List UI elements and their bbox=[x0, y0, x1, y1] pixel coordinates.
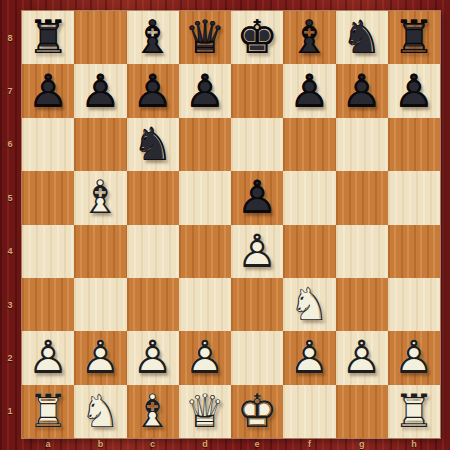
square-g3[interactable] bbox=[336, 278, 388, 331]
square-b7[interactable]: ♟♙ bbox=[74, 64, 126, 117]
rank-label-1: 1 bbox=[0, 385, 20, 438]
rank-label-6: 6 bbox=[0, 118, 20, 171]
square-b2[interactable]: ♟♙ bbox=[74, 331, 126, 384]
square-a1[interactable]: ♜♖ bbox=[22, 385, 74, 438]
square-h1[interactable]: ♜♖ bbox=[388, 385, 440, 438]
square-d7[interactable]: ♟♙ bbox=[179, 64, 231, 117]
white-pawn-h2: ♟♙ bbox=[388, 331, 440, 384]
square-c2[interactable]: ♟♙ bbox=[127, 331, 179, 384]
square-a2[interactable]: ♟♙ bbox=[22, 331, 74, 384]
square-g4[interactable] bbox=[336, 225, 388, 278]
square-f8[interactable]: ♝♗ bbox=[283, 11, 335, 64]
square-c1[interactable]: ♝♗ bbox=[127, 385, 179, 438]
black-bishop-f8: ♝♗ bbox=[283, 11, 335, 64]
square-d5[interactable] bbox=[179, 171, 231, 224]
square-f1[interactable] bbox=[283, 385, 335, 438]
file-label-b: b bbox=[74, 437, 126, 450]
rank-label-5: 5 bbox=[0, 171, 20, 224]
white-pawn-d2: ♟♙ bbox=[179, 331, 231, 384]
square-d6[interactable] bbox=[179, 118, 231, 171]
square-d8[interactable]: ♛♕ bbox=[179, 11, 231, 64]
square-h5[interactable] bbox=[388, 171, 440, 224]
black-pawn-c7: ♟♙ bbox=[127, 65, 179, 118]
file-label-h: h bbox=[388, 437, 440, 450]
square-b4[interactable] bbox=[74, 225, 126, 278]
square-e2[interactable] bbox=[231, 331, 283, 384]
square-e3[interactable] bbox=[231, 278, 283, 331]
square-e4[interactable]: ♟♙ bbox=[231, 225, 283, 278]
square-h2[interactable]: ♟♙ bbox=[388, 331, 440, 384]
square-c7[interactable]: ♟♙ bbox=[127, 64, 179, 117]
black-bishop-c8: ♝♗ bbox=[127, 11, 179, 64]
square-a6[interactable] bbox=[22, 118, 74, 171]
square-g5[interactable] bbox=[336, 171, 388, 224]
square-f5[interactable] bbox=[283, 171, 335, 224]
chess-app-window: { "game": "chess", "view": { "descriptio… bbox=[0, 0, 450, 450]
square-c8[interactable]: ♝♗ bbox=[127, 11, 179, 64]
file-label-d: d bbox=[179, 437, 231, 450]
square-e5[interactable]: ♟♙ bbox=[231, 171, 283, 224]
black-pawn-h7: ♟♙ bbox=[388, 65, 440, 118]
square-c6[interactable]: ♞♘ bbox=[127, 118, 179, 171]
square-b3[interactable] bbox=[74, 278, 126, 331]
file-label-f: f bbox=[283, 437, 335, 450]
file-label-g: g bbox=[336, 437, 388, 450]
square-d4[interactable] bbox=[179, 225, 231, 278]
white-pawn-f2: ♟♙ bbox=[283, 331, 335, 384]
white-knight-f3: ♞♘ bbox=[283, 278, 335, 331]
square-a8[interactable]: ♜♖ bbox=[22, 11, 74, 64]
black-queen-d8: ♛♕ bbox=[179, 11, 231, 64]
file-label-a: a bbox=[22, 437, 74, 450]
square-d1[interactable]: ♛♕ bbox=[179, 385, 231, 438]
black-pawn-d7: ♟♙ bbox=[179, 65, 231, 118]
square-h7[interactable]: ♟♙ bbox=[388, 64, 440, 117]
square-g2[interactable]: ♟♙ bbox=[336, 331, 388, 384]
square-g8[interactable]: ♞♘ bbox=[336, 11, 388, 64]
square-a5[interactable] bbox=[22, 171, 74, 224]
square-a7[interactable]: ♟♙ bbox=[22, 64, 74, 117]
square-h6[interactable] bbox=[388, 118, 440, 171]
square-b1[interactable]: ♞♘ bbox=[74, 385, 126, 438]
black-pawn-b7: ♟♙ bbox=[74, 65, 126, 118]
square-e6[interactable] bbox=[231, 118, 283, 171]
file-labels: abcdefgh bbox=[22, 437, 440, 450]
square-g6[interactable] bbox=[336, 118, 388, 171]
square-f3[interactable]: ♞♘ bbox=[283, 278, 335, 331]
white-bishop-c1: ♝♗ bbox=[127, 385, 179, 438]
square-g7[interactable]: ♟♙ bbox=[336, 64, 388, 117]
square-b8[interactable] bbox=[74, 11, 126, 64]
rank-label-7: 7 bbox=[0, 64, 20, 117]
square-c3[interactable] bbox=[127, 278, 179, 331]
chess-board: ♜♖♝♗♛♕♚♔♝♗♞♘♜♖♟♙♟♙♟♙♟♙♟♙♟♙♟♙♞♘♝♗♟♙♟♙♞♘♟♙… bbox=[22, 11, 440, 438]
square-f4[interactable] bbox=[283, 225, 335, 278]
square-f6[interactable] bbox=[283, 118, 335, 171]
square-e1[interactable]: ♚♔ bbox=[231, 385, 283, 438]
black-knight-c6: ♞♘ bbox=[127, 118, 179, 171]
white-queen-d1: ♛♕ bbox=[179, 385, 231, 438]
white-rook-h1: ♜♖ bbox=[388, 385, 440, 438]
black-pawn-g7: ♟♙ bbox=[336, 65, 388, 118]
black-pawn-f7: ♟♙ bbox=[283, 65, 335, 118]
rank-label-3: 3 bbox=[0, 278, 20, 331]
white-pawn-g2: ♟♙ bbox=[336, 331, 388, 384]
square-f7[interactable]: ♟♙ bbox=[283, 64, 335, 117]
white-pawn-e4: ♟♙ bbox=[231, 225, 283, 278]
square-e8[interactable]: ♚♔ bbox=[231, 11, 283, 64]
white-pawn-a2: ♟♙ bbox=[22, 331, 74, 384]
rank-label-4: 4 bbox=[0, 225, 20, 278]
black-king-e8: ♚♔ bbox=[231, 11, 283, 64]
file-label-e: e bbox=[231, 437, 283, 450]
square-a4[interactable] bbox=[22, 225, 74, 278]
white-rook-a1: ♜♖ bbox=[22, 385, 74, 438]
rank-label-2: 2 bbox=[0, 331, 20, 384]
white-pawn-b2: ♟♙ bbox=[74, 331, 126, 384]
white-bishop-b5: ♝♗ bbox=[74, 171, 126, 224]
square-d2[interactable]: ♟♙ bbox=[179, 331, 231, 384]
square-d3[interactable] bbox=[179, 278, 231, 331]
square-h8[interactable]: ♜♖ bbox=[388, 11, 440, 64]
black-pawn-a7: ♟♙ bbox=[22, 65, 74, 118]
white-pawn-c2: ♟♙ bbox=[127, 331, 179, 384]
square-c5[interactable] bbox=[127, 171, 179, 224]
black-rook-a8: ♜♖ bbox=[22, 11, 74, 64]
rank-labels: 87654321 bbox=[0, 11, 20, 438]
square-c4[interactable] bbox=[127, 225, 179, 278]
square-e7[interactable] bbox=[231, 64, 283, 117]
square-a3[interactable] bbox=[22, 278, 74, 331]
square-b6[interactable] bbox=[74, 118, 126, 171]
white-knight-b1: ♞♘ bbox=[74, 385, 126, 438]
black-pawn-e5: ♟♙ bbox=[231, 171, 283, 224]
file-label-c: c bbox=[127, 437, 179, 450]
rank-label-8: 8 bbox=[0, 11, 20, 64]
square-h3[interactable] bbox=[388, 278, 440, 331]
square-g1[interactable] bbox=[336, 385, 388, 438]
white-king-e1: ♚♔ bbox=[231, 385, 283, 438]
square-h4[interactable] bbox=[388, 225, 440, 278]
black-rook-h8: ♜♖ bbox=[388, 11, 440, 64]
square-f2[interactable]: ♟♙ bbox=[283, 331, 335, 384]
black-knight-g8: ♞♘ bbox=[336, 11, 388, 64]
square-b5[interactable]: ♝♗ bbox=[74, 171, 126, 224]
